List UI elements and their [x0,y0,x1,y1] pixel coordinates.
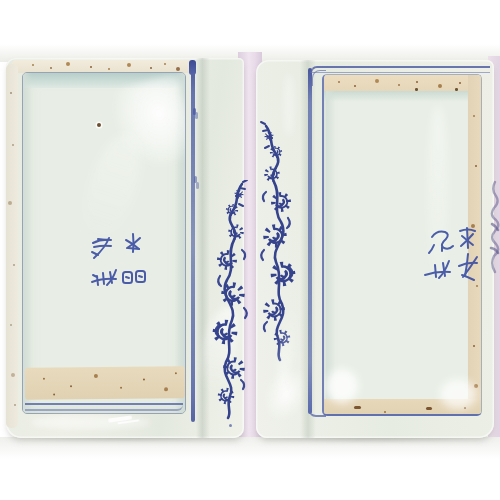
recess-bottom-unglazed-band [25,366,185,400]
floor-specks [415,88,418,91]
recess-inner-shadow [324,91,482,102]
wall-glaze-highlight [284,74,294,136]
right-tray-mark [422,223,482,289]
photo-of-two-porcelain-trays [0,0,500,500]
left-tray [6,58,244,438]
right-tray [256,60,494,438]
rim-speckles [338,81,340,83]
glaze-glint [440,379,476,409]
left-tray-foot-recess [22,72,186,414]
left-tray-unglazed-left-rim [6,64,18,428]
cobalt-foot-border-line [25,403,183,411]
recess-left-inner-wall [326,91,335,399]
rim-brown-dash [426,407,432,410]
recess-left-inner-wall [23,73,32,414]
glaze-glint [326,369,358,403]
cobalt-edge-line-top [189,60,196,75]
rim-speckles [384,411,386,413]
rim-brown-dash [354,406,361,409]
rim-speckles [43,378,45,380]
cobalt-edge-line [191,64,195,422]
left-tray-mark [85,225,157,295]
cobalt-top-border-line [310,66,490,73]
ink-squiggle [487,178,500,276]
wall-blue-dashes [193,108,196,115]
right-tray-foot-recess [322,74,482,416]
recess-top-unglazed-band [324,75,482,91]
rim-speckles [473,115,475,117]
left-wall-scroll-decoration [212,180,250,420]
wall-blue-dot [229,424,232,427]
rim-speckles [32,64,34,66]
cobalt-edge-line [308,68,312,414]
rim-speckles [10,92,12,94]
kiln-pit-spot [97,123,101,127]
